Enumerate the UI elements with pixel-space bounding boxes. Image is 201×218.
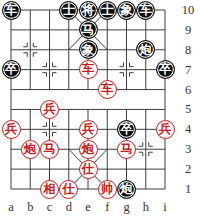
file-label-a: a <box>4 199 18 215</box>
piece-red-cannon-b3[interactable]: 炮 <box>21 140 40 159</box>
rank-label-5: 5 <box>178 101 198 117</box>
file-label-f: f <box>100 199 114 215</box>
file-label-g: g <box>120 199 134 215</box>
piece-red-elephant-c1[interactable]: 相 <box>40 180 59 199</box>
file-label-e: e <box>81 199 95 215</box>
piece-red-advisor-e2[interactable]: 仕 <box>79 160 98 179</box>
piece-red-horse-g3[interactable]: 马 <box>117 140 136 159</box>
piece-black-soldier-i7[interactable]: 卒 <box>156 60 175 79</box>
piece-black-elephant-e8[interactable]: 象 <box>79 40 98 59</box>
file-label-b: b <box>23 199 37 215</box>
piece-black-advisor-f10[interactable]: 士 <box>98 1 117 20</box>
piece-black-horse-e9[interactable]: 马 <box>79 20 98 39</box>
rank-label-1: 1 <box>178 181 198 197</box>
rank-label-8: 8 <box>178 42 198 58</box>
piece-black-soldier-g4[interactable]: 卒 <box>117 120 136 139</box>
piece-black-chariot-a10[interactable]: 车 <box>2 1 21 20</box>
file-label-i: i <box>158 199 172 215</box>
rank-label-2: 2 <box>178 161 198 177</box>
rank-label-9: 9 <box>178 22 198 38</box>
piece-black-soldier-a7[interactable]: 卒 <box>2 60 21 79</box>
piece-red-soldier-a4[interactable]: 兵 <box>2 120 21 139</box>
piece-red-horse-c3[interactable]: 马 <box>40 140 59 159</box>
piece-red-soldier-c5[interactable]: 兵 <box>40 100 59 119</box>
file-label-d: d <box>62 199 76 215</box>
piece-red-general-f1[interactable]: 帅 <box>98 180 117 199</box>
rank-label-7: 7 <box>178 62 198 78</box>
piece-black-elephant-g10[interactable]: 象 <box>117 1 136 20</box>
rank-label-10: 10 <box>178 2 198 18</box>
piece-black-cannon-g1[interactable]: 炮 <box>117 180 136 199</box>
piece-red-soldier-i4[interactable]: 兵 <box>156 120 175 139</box>
rank-label-3: 3 <box>178 141 198 157</box>
xiangqi-board: 车士将士象车马象炮卒卒卒炮车车兵兵兵兵炮马炮马仕相仕帅 abcdefghi 10… <box>0 0 201 218</box>
piece-black-chariot-h10[interactable]: 车 <box>136 1 155 20</box>
file-label-h: h <box>139 199 153 215</box>
piece-red-chariot-e7[interactable]: 车 <box>79 60 98 79</box>
rank-label-4: 4 <box>178 121 198 137</box>
piece-red-soldier-e4[interactable]: 兵 <box>79 120 98 139</box>
piece-red-advisor-d1[interactable]: 仕 <box>59 180 78 199</box>
piece-black-general-e10[interactable]: 将 <box>79 1 98 20</box>
piece-black-advisor-d10[interactable]: 士 <box>59 1 78 20</box>
piece-red-chariot-f6[interactable]: 车 <box>98 80 117 99</box>
file-label-c: c <box>43 199 57 215</box>
piece-red-cannon-e3[interactable]: 炮 <box>79 140 98 159</box>
rank-label-6: 6 <box>178 82 198 98</box>
